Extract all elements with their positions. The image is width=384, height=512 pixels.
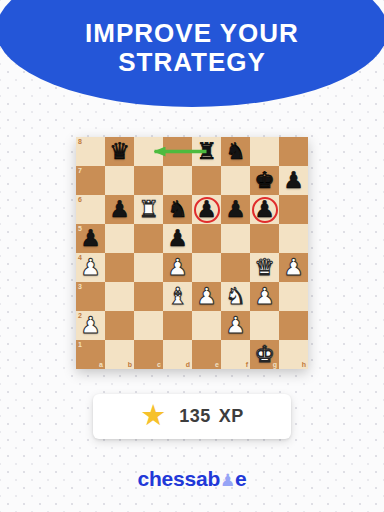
xp-card: ★ 135 XP — [93, 394, 291, 439]
square-h6[interactable] — [279, 195, 308, 224]
square-d8[interactable] — [163, 137, 192, 166]
square-h5[interactable] — [279, 224, 308, 253]
square-a1[interactable]: 1a — [76, 340, 105, 369]
square-c3[interactable] — [134, 282, 163, 311]
square-g6[interactable]: ♟ — [250, 195, 279, 224]
chess-board[interactable]: 8♛♜♞7♚♟6♟♜♞♟♟♟5♟♟4♟♟♛♟3♝♟♞♟2♟♟1abcdefg♚h — [76, 137, 308, 369]
piece-black-pawn[interactable]: ♟ — [167, 227, 188, 250]
file-label: c — [157, 361, 161, 368]
piece-black-pawn[interactable]: ♟ — [254, 198, 275, 221]
file-label: f — [246, 361, 248, 368]
rank-label: 3 — [78, 283, 82, 290]
square-e5[interactable] — [192, 224, 221, 253]
square-f4[interactable] — [221, 253, 250, 282]
piece-white-pawn[interactable]: ♟ — [80, 256, 101, 279]
rank-label: 6 — [78, 196, 82, 203]
piece-white-queen[interactable]: ♛ — [254, 256, 275, 279]
piece-white-pawn[interactable]: ♟ — [167, 256, 188, 279]
piece-white-pawn[interactable]: ♟ — [225, 314, 246, 337]
square-d6[interactable]: ♞ — [163, 195, 192, 224]
rank-label: 1 — [78, 341, 82, 348]
square-c2[interactable] — [134, 311, 163, 340]
piece-black-pawn[interactable]: ♟ — [196, 198, 217, 221]
square-f2[interactable]: ♟ — [221, 311, 250, 340]
square-c8[interactable] — [134, 137, 163, 166]
square-d1[interactable]: d — [163, 340, 192, 369]
piece-white-pawn[interactable]: ♟ — [283, 256, 304, 279]
piece-white-rook[interactable]: ♜ — [138, 198, 159, 221]
square-g2[interactable] — [250, 311, 279, 340]
square-b4[interactable] — [105, 253, 134, 282]
square-d4[interactable]: ♟ — [163, 253, 192, 282]
file-label: d — [186, 361, 190, 368]
square-h3[interactable] — [279, 282, 308, 311]
star-icon: ★ — [140, 401, 166, 430]
logo-pawn-icon: ♟ — [220, 470, 235, 490]
square-g3[interactable]: ♟ — [250, 282, 279, 311]
piece-black-pawn[interactable]: ♟ — [80, 227, 101, 250]
piece-black-king[interactable]: ♚ — [254, 169, 275, 192]
piece-black-queen[interactable]: ♛ — [109, 140, 130, 163]
headline-line1: IMPROVE YOUR — [0, 19, 384, 48]
square-f1[interactable]: f — [221, 340, 250, 369]
file-label: h — [302, 361, 306, 368]
piece-black-pawn[interactable]: ♟ — [109, 198, 130, 221]
square-a8[interactable]: 8 — [76, 137, 105, 166]
square-f8[interactable]: ♞ — [221, 137, 250, 166]
logo-text-right: e — [235, 467, 246, 490]
square-e2[interactable] — [192, 311, 221, 340]
piece-black-pawn[interactable]: ♟ — [283, 169, 304, 192]
square-e8[interactable]: ♜ — [192, 137, 221, 166]
square-a7[interactable]: 7 — [76, 166, 105, 195]
file-label: b — [128, 361, 132, 368]
rank-label: 7 — [78, 167, 82, 174]
square-g7[interactable]: ♚ — [250, 166, 279, 195]
square-b3[interactable] — [105, 282, 134, 311]
square-h4[interactable]: ♟ — [279, 253, 308, 282]
square-g8[interactable] — [250, 137, 279, 166]
file-label: a — [99, 361, 103, 368]
square-h8[interactable] — [279, 137, 308, 166]
square-a6[interactable]: 6 — [76, 195, 105, 224]
xp-text: 135 XP — [179, 406, 244, 427]
piece-black-pawn[interactable]: ♟ — [225, 198, 246, 221]
square-h2[interactable] — [279, 311, 308, 340]
square-h7[interactable]: ♟ — [279, 166, 308, 195]
square-e6[interactable]: ♟ — [192, 195, 221, 224]
square-f5[interactable] — [221, 224, 250, 253]
piece-black-rook[interactable]: ♜ — [196, 140, 217, 163]
square-c6[interactable]: ♜ — [134, 195, 163, 224]
square-c1[interactable]: c — [134, 340, 163, 369]
piece-white-bishop[interactable]: ♝ — [167, 285, 188, 308]
square-f7[interactable] — [221, 166, 250, 195]
piece-white-king[interactable]: ♚ — [254, 343, 275, 366]
logo-text-left: chessab — [137, 467, 220, 490]
piece-black-knight[interactable]: ♞ — [225, 140, 246, 163]
square-g4[interactable]: ♛ — [250, 253, 279, 282]
piece-white-pawn[interactable]: ♟ — [254, 285, 275, 308]
page-title: IMPROVE YOUR STRATEGY — [0, 19, 384, 77]
chessable-logo: chessab♟e — [0, 467, 384, 491]
square-b7[interactable] — [105, 166, 134, 195]
xp-unit: XP — [219, 406, 244, 427]
rank-label: 8 — [78, 138, 82, 145]
square-e1[interactable]: e — [192, 340, 221, 369]
square-f6[interactable]: ♟ — [221, 195, 250, 224]
header-banner: IMPROVE YOUR STRATEGY — [0, 0, 384, 107]
square-d3[interactable]: ♝ — [163, 282, 192, 311]
square-b5[interactable] — [105, 224, 134, 253]
square-c4[interactable] — [134, 253, 163, 282]
square-c5[interactable] — [134, 224, 163, 253]
square-a2[interactable]: 2♟ — [76, 311, 105, 340]
piece-black-knight[interactable]: ♞ — [167, 198, 188, 221]
square-e4[interactable] — [192, 253, 221, 282]
square-a5[interactable]: 5♟ — [76, 224, 105, 253]
headline-line2: STRATEGY — [0, 48, 384, 77]
piece-white-knight[interactable]: ♞ — [225, 285, 246, 308]
square-g1[interactable]: g♚ — [250, 340, 279, 369]
square-b6[interactable]: ♟ — [105, 195, 134, 224]
square-g5[interactable] — [250, 224, 279, 253]
file-label: e — [215, 361, 219, 368]
piece-white-pawn[interactable]: ♟ — [196, 285, 217, 308]
square-b1[interactable]: b — [105, 340, 134, 369]
square-d7[interactable] — [163, 166, 192, 195]
square-e7[interactable] — [192, 166, 221, 195]
square-b8[interactable]: ♛ — [105, 137, 134, 166]
piece-white-pawn[interactable]: ♟ — [80, 314, 101, 337]
square-a4[interactable]: 4♟ — [76, 253, 105, 282]
square-a3[interactable]: 3 — [76, 282, 105, 311]
square-d5[interactable]: ♟ — [163, 224, 192, 253]
square-e3[interactable]: ♟ — [192, 282, 221, 311]
square-f3[interactable]: ♞ — [221, 282, 250, 311]
square-c7[interactable] — [134, 166, 163, 195]
square-b2[interactable] — [105, 311, 134, 340]
square-d2[interactable] — [163, 311, 192, 340]
xp-value: 135 — [179, 406, 211, 427]
square-h1[interactable]: h — [279, 340, 308, 369]
